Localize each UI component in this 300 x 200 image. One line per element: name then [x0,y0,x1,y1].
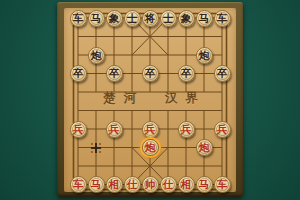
piece-black-general[interactable]: 将 [142,10,159,27]
piece-black-chariot[interactable]: 车 [214,10,231,27]
river-label-chu-he: 楚河 [103,90,144,107]
piece-black-soldier[interactable]: 卒 [106,65,123,82]
piece-red-soldier[interactable]: 兵 [178,121,195,138]
piece-red-soldier[interactable]: 兵 [142,121,159,138]
piece-black-advisor[interactable]: 士 [124,10,141,27]
piece-black-soldier[interactable]: 卒 [178,65,195,82]
river-label-han-jie: 汉界 [165,90,206,107]
piece-black-elephant[interactable]: 象 [106,10,123,27]
piece-red-chariot[interactable]: 车 [214,176,231,193]
piece-black-advisor[interactable]: 士 [160,10,177,27]
app-background: 楚河 汉界 车马象士将士象马车炮炮卒卒卒卒卒兵兵兵兵兵炮炮车马相仕帅仕相马车 [0,0,300,200]
xiangqi-board[interactable] [64,8,236,192]
piece-red-cannon[interactable]: 炮 [142,139,159,156]
piece-red-soldier[interactable]: 兵 [214,121,231,138]
piece-black-cannon[interactable]: 炮 [196,47,213,64]
piece-black-soldier[interactable]: 卒 [214,65,231,82]
piece-red-soldier[interactable]: 兵 [70,121,87,138]
piece-red-elephant[interactable]: 相 [106,176,123,193]
piece-red-horse[interactable]: 马 [88,176,105,193]
piece-black-soldier[interactable]: 卒 [142,65,159,82]
piece-red-horse[interactable]: 马 [196,176,213,193]
piece-red-cannon[interactable]: 炮 [196,139,213,156]
piece-red-elephant[interactable]: 相 [178,176,195,193]
piece-red-general[interactable]: 帅 [142,176,159,193]
piece-black-elephant[interactable]: 象 [178,10,195,27]
piece-black-horse[interactable]: 马 [196,10,213,27]
piece-black-soldier[interactable]: 卒 [70,65,87,82]
piece-red-soldier[interactable]: 兵 [106,121,123,138]
piece-red-advisor[interactable]: 仕 [160,176,177,193]
piece-black-horse[interactable]: 马 [88,10,105,27]
piece-red-advisor[interactable]: 仕 [124,176,141,193]
piece-black-cannon[interactable]: 炮 [88,47,105,64]
piece-red-chariot[interactable]: 车 [70,176,87,193]
piece-black-chariot[interactable]: 车 [70,10,87,27]
